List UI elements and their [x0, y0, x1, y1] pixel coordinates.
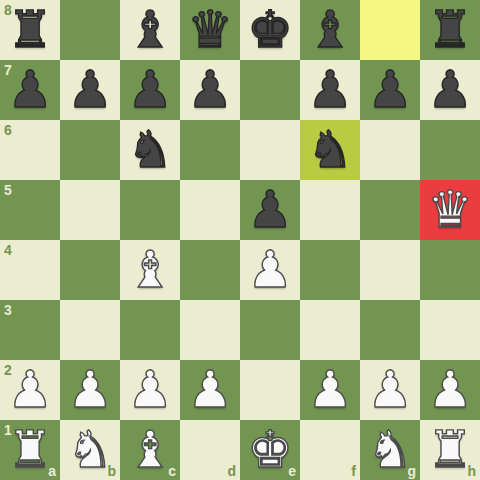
rank-label-4: 4 — [4, 243, 12, 257]
square-b3[interactable] — [60, 300, 120, 360]
white-pawn[interactable]: ♟ — [360, 360, 420, 420]
square-c2[interactable]: ♟ — [120, 360, 180, 420]
black-king[interactable]: ♚ — [240, 0, 300, 60]
chess-board: 8♜♝♛♚♝♜7♟♟♟♟♟♟♟6♞♞5♟♛4♝♟32♟♟♟♟♟♟♟1a♜b♞c♝… — [0, 0, 480, 480]
black-pawn[interactable]: ♟ — [180, 60, 240, 120]
white-pawn[interactable]: ♟ — [180, 360, 240, 420]
square-d8[interactable]: ♛ — [180, 0, 240, 60]
square-c1[interactable]: c♝ — [120, 420, 180, 480]
square-b1[interactable]: b♞ — [60, 420, 120, 480]
black-pawn[interactable]: ♟ — [120, 60, 180, 120]
white-queen[interactable]: ♛ — [420, 180, 480, 240]
white-knight[interactable]: ♞ — [60, 420, 120, 480]
black-pawn[interactable]: ♟ — [360, 60, 420, 120]
square-g5[interactable] — [360, 180, 420, 240]
square-e3[interactable] — [240, 300, 300, 360]
rank-label-5: 5 — [4, 183, 12, 197]
black-rook[interactable]: ♜ — [420, 0, 480, 60]
square-f2[interactable]: ♟ — [300, 360, 360, 420]
square-h6[interactable] — [420, 120, 480, 180]
square-c3[interactable] — [120, 300, 180, 360]
white-pawn[interactable]: ♟ — [60, 360, 120, 420]
square-g6[interactable] — [360, 120, 420, 180]
square-d1[interactable]: d — [180, 420, 240, 480]
square-b6[interactable] — [60, 120, 120, 180]
square-e2[interactable] — [240, 360, 300, 420]
white-rook[interactable]: ♜ — [420, 420, 480, 480]
square-a8[interactable]: 8♜ — [0, 0, 60, 60]
square-c7[interactable]: ♟ — [120, 60, 180, 120]
square-e6[interactable] — [240, 120, 300, 180]
square-h8[interactable]: ♜ — [420, 0, 480, 60]
white-pawn[interactable]: ♟ — [120, 360, 180, 420]
black-bishop[interactable]: ♝ — [300, 0, 360, 60]
white-bishop[interactable]: ♝ — [120, 420, 180, 480]
square-c4[interactable]: ♝ — [120, 240, 180, 300]
square-b8[interactable] — [60, 0, 120, 60]
square-f4[interactable] — [300, 240, 360, 300]
white-knight[interactable]: ♞ — [360, 420, 420, 480]
square-b2[interactable]: ♟ — [60, 360, 120, 420]
black-knight[interactable]: ♞ — [120, 120, 180, 180]
square-a7[interactable]: 7♟ — [0, 60, 60, 120]
square-e1[interactable]: e♚ — [240, 420, 300, 480]
black-pawn[interactable]: ♟ — [300, 60, 360, 120]
square-f8[interactable]: ♝ — [300, 0, 360, 60]
rank-label-6: 6 — [4, 123, 12, 137]
square-f7[interactable]: ♟ — [300, 60, 360, 120]
square-a3[interactable]: 3 — [0, 300, 60, 360]
square-a6[interactable]: 6 — [0, 120, 60, 180]
black-pawn[interactable]: ♟ — [60, 60, 120, 120]
square-c5[interactable] — [120, 180, 180, 240]
square-g2[interactable]: ♟ — [360, 360, 420, 420]
black-bishop[interactable]: ♝ — [120, 0, 180, 60]
square-h2[interactable]: ♟ — [420, 360, 480, 420]
square-e8[interactable]: ♚ — [240, 0, 300, 60]
black-pawn[interactable]: ♟ — [240, 180, 300, 240]
square-f1[interactable]: f — [300, 420, 360, 480]
square-c6[interactable]: ♞ — [120, 120, 180, 180]
square-e7[interactable] — [240, 60, 300, 120]
black-pawn[interactable]: ♟ — [0, 60, 60, 120]
white-pawn[interactable]: ♟ — [240, 240, 300, 300]
square-h4[interactable] — [420, 240, 480, 300]
file-label-d: d — [227, 464, 236, 478]
square-f3[interactable] — [300, 300, 360, 360]
square-d4[interactable] — [180, 240, 240, 300]
square-d6[interactable] — [180, 120, 240, 180]
square-g3[interactable] — [360, 300, 420, 360]
square-d7[interactable]: ♟ — [180, 60, 240, 120]
rank-label-3: 3 — [4, 303, 12, 317]
square-h3[interactable] — [420, 300, 480, 360]
square-d3[interactable] — [180, 300, 240, 360]
file-label-f: f — [351, 464, 356, 478]
square-f5[interactable] — [300, 180, 360, 240]
square-h7[interactable]: ♟ — [420, 60, 480, 120]
square-h5[interactable]: ♛ — [420, 180, 480, 240]
square-b5[interactable] — [60, 180, 120, 240]
square-a2[interactable]: 2♟ — [0, 360, 60, 420]
square-e4[interactable]: ♟ — [240, 240, 300, 300]
square-f6[interactable]: ♞ — [300, 120, 360, 180]
square-a1[interactable]: 1a♜ — [0, 420, 60, 480]
square-g8[interactable] — [360, 0, 420, 60]
black-queen[interactable]: ♛ — [180, 0, 240, 60]
black-rook[interactable]: ♜ — [0, 0, 60, 60]
square-g4[interactable] — [360, 240, 420, 300]
square-g1[interactable]: g♞ — [360, 420, 420, 480]
square-a5[interactable]: 5 — [0, 180, 60, 240]
black-knight[interactable]: ♞ — [300, 120, 360, 180]
white-pawn[interactable]: ♟ — [0, 360, 60, 420]
square-b4[interactable] — [60, 240, 120, 300]
square-c8[interactable]: ♝ — [120, 0, 180, 60]
black-pawn[interactable]: ♟ — [420, 60, 480, 120]
white-rook[interactable]: ♜ — [0, 420, 60, 480]
square-d2[interactable]: ♟ — [180, 360, 240, 420]
square-e5[interactable]: ♟ — [240, 180, 300, 240]
white-bishop[interactable]: ♝ — [120, 240, 180, 300]
square-b7[interactable]: ♟ — [60, 60, 120, 120]
white-king[interactable]: ♚ — [240, 420, 300, 480]
white-pawn[interactable]: ♟ — [300, 360, 360, 420]
square-d5[interactable] — [180, 180, 240, 240]
square-h1[interactable]: h♜ — [420, 420, 480, 480]
white-pawn[interactable]: ♟ — [420, 360, 480, 420]
square-a4[interactable]: 4 — [0, 240, 60, 300]
square-g7[interactable]: ♟ — [360, 60, 420, 120]
